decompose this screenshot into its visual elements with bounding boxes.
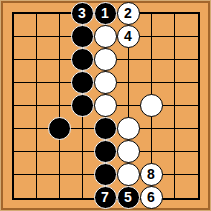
stone-black bbox=[71, 94, 94, 117]
stone-white bbox=[117, 140, 140, 163]
go-board: 31248756 bbox=[0, 0, 211, 211]
stone-label: 6 bbox=[147, 190, 155, 204]
stone-white-move-4: 4 bbox=[117, 25, 140, 48]
stone-label: 5 bbox=[124, 190, 132, 204]
stone-black-move-5: 5 bbox=[117, 186, 140, 209]
stone-black bbox=[94, 163, 117, 186]
stone-label: 2 bbox=[124, 6, 132, 20]
stone-label: 3 bbox=[78, 6, 86, 20]
stone-white-move-8: 8 bbox=[140, 163, 163, 186]
stone-black bbox=[94, 140, 117, 163]
stone-white bbox=[94, 25, 117, 48]
stones-layer: 31248756 bbox=[0, 0, 211, 211]
stone-white bbox=[117, 117, 140, 140]
stone-label: 8 bbox=[147, 167, 155, 181]
stone-black bbox=[94, 117, 117, 140]
stone-white bbox=[140, 94, 163, 117]
stone-label: 4 bbox=[124, 29, 132, 43]
stone-label: 1 bbox=[101, 6, 109, 20]
stone-label: 7 bbox=[101, 190, 109, 204]
stone-white bbox=[94, 71, 117, 94]
stone-black bbox=[71, 25, 94, 48]
stone-black bbox=[71, 71, 94, 94]
stone-white bbox=[94, 94, 117, 117]
stone-white-move-2: 2 bbox=[117, 2, 140, 25]
stone-black bbox=[48, 117, 71, 140]
stone-white bbox=[117, 163, 140, 186]
stone-white bbox=[94, 48, 117, 71]
stone-white-move-6: 6 bbox=[140, 186, 163, 209]
stone-black-move-7: 7 bbox=[94, 186, 117, 209]
stone-black-move-3: 3 bbox=[71, 2, 94, 25]
stone-black-move-1: 1 bbox=[94, 2, 117, 25]
stone-black bbox=[71, 48, 94, 71]
